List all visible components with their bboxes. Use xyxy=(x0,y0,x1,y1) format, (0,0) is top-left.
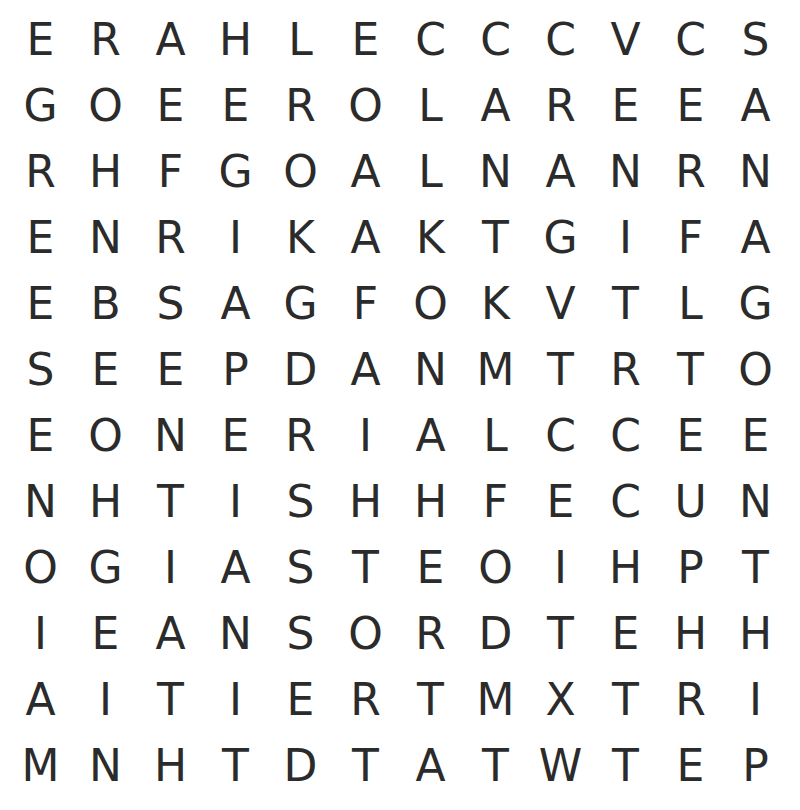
grid-cell-r1c10[interactable]: V xyxy=(593,7,658,73)
grid-cell-r2c4[interactable]: E xyxy=(203,73,268,139)
grid-cell-r12c6[interactable]: T xyxy=(333,733,398,799)
grid-cell-r4c5[interactable]: K xyxy=(268,205,333,271)
grid-cell-r3c8[interactable]: N xyxy=(463,139,528,205)
grid-cell-r8c12[interactable]: N xyxy=(723,469,788,535)
grid-cell-r11c11[interactable]: R xyxy=(658,667,723,733)
grid-cell-r2c12[interactable]: A xyxy=(723,73,788,139)
grid-cell-r3c4[interactable]: G xyxy=(203,139,268,205)
grid-cell-r1c12[interactable]: S xyxy=(723,7,788,73)
grid-cell-r4c10[interactable]: I xyxy=(593,205,658,271)
grid-cell-r10c11[interactable]: H xyxy=(658,601,723,667)
grid-cell-r8c6[interactable]: H xyxy=(333,469,398,535)
grid-cell-r8c9[interactable]: E xyxy=(528,469,593,535)
grid-cell-r11c4[interactable]: I xyxy=(203,667,268,733)
grid-cell-r12c9[interactable]: W xyxy=(528,733,593,799)
grid-cell-r8c10[interactable]: C xyxy=(593,469,658,535)
grid-cell-r1c5[interactable]: L xyxy=(268,7,333,73)
word-search-page: ERAHLECCCVCSGOEEROLAREEARHFGOALNANRNENRI… xyxy=(0,0,800,810)
grid-cell-r4c7[interactable]: K xyxy=(398,205,463,271)
grid-cell-r5c11[interactable]: L xyxy=(658,271,723,337)
grid-cell-r12c1[interactable]: M xyxy=(8,733,73,799)
grid-cell-r11c9[interactable]: X xyxy=(528,667,593,733)
grid-cell-r1c3[interactable]: A xyxy=(138,7,203,73)
grid-cell-r9c5[interactable]: S xyxy=(268,535,333,601)
grid-cell-r5c7[interactable]: O xyxy=(398,271,463,337)
grid-cell-r6c12[interactable]: O xyxy=(723,337,788,403)
grid-cell-r9c2[interactable]: G xyxy=(73,535,138,601)
grid-cell-r5c2[interactable]: B xyxy=(73,271,138,337)
grid-cell-r8c2[interactable]: H xyxy=(73,469,138,535)
grid-cell-r5c10[interactable]: T xyxy=(593,271,658,337)
grid-cell-r6c4[interactable]: P xyxy=(203,337,268,403)
grid-cell-r10c12[interactable]: H xyxy=(723,601,788,667)
grid-cell-r11c2[interactable]: I xyxy=(73,667,138,733)
grid-cell-r3c10[interactable]: N xyxy=(593,139,658,205)
grid-cell-r12c11[interactable]: E xyxy=(658,733,723,799)
grid-cell-r5c12[interactable]: G xyxy=(723,271,788,337)
grid-cell-r9c11[interactable]: P xyxy=(658,535,723,601)
grid-cell-r4c4[interactable]: I xyxy=(203,205,268,271)
grid-cell-r4c6[interactable]: A xyxy=(333,205,398,271)
grid-cell-r11c10[interactable]: T xyxy=(593,667,658,733)
grid-cell-r2c1[interactable]: G xyxy=(8,73,73,139)
word-search-grid: ERAHLECCCVCSGOEEROLAREEARHFGOALNANRNENRI… xyxy=(8,7,800,799)
grid-cell-r1c9[interactable]: C xyxy=(528,7,593,73)
grid-cell-r11c7[interactable]: T xyxy=(398,667,463,733)
grid-cell-r11c12[interactable]: I xyxy=(723,667,788,733)
grid-cell-r6c7[interactable]: N xyxy=(398,337,463,403)
grid-cell-r5c5[interactable]: G xyxy=(268,271,333,337)
grid-cell-r3c3[interactable]: F xyxy=(138,139,203,205)
grid-cell-r11c3[interactable]: T xyxy=(138,667,203,733)
grid-cell-r10c3[interactable]: A xyxy=(138,601,203,667)
grid-cell-r12c8[interactable]: T xyxy=(463,733,528,799)
grid-cell-r5c8[interactable]: K xyxy=(463,271,528,337)
grid-cell-r9c10[interactable]: H xyxy=(593,535,658,601)
grid-cell-r9c8[interactable]: O xyxy=(463,535,528,601)
grid-cell-r7c12[interactable]: E xyxy=(723,403,788,469)
grid-cell-r12c7[interactable]: A xyxy=(398,733,463,799)
grid-cell-r6c6[interactable]: A xyxy=(333,337,398,403)
grid-cell-r8c4[interactable]: I xyxy=(203,469,268,535)
grid-cell-r9c6[interactable]: T xyxy=(333,535,398,601)
grid-cell-r2c9[interactable]: R xyxy=(528,73,593,139)
grid-cell-r6c1[interactable]: S xyxy=(8,337,73,403)
grid-cell-r1c2[interactable]: R xyxy=(73,7,138,73)
grid-cell-r11c8[interactable]: M xyxy=(463,667,528,733)
grid-cell-r12c5[interactable]: D xyxy=(268,733,333,799)
grid-cell-r5c6[interactable]: F xyxy=(333,271,398,337)
grid-cell-r10c5[interactable]: S xyxy=(268,601,333,667)
grid-cell-r2c7[interactable]: L xyxy=(398,73,463,139)
grid-cell-r4c2[interactable]: N xyxy=(73,205,138,271)
grid-cell-r10c9[interactable]: T xyxy=(528,601,593,667)
grid-cell-r10c2[interactable]: E xyxy=(73,601,138,667)
grid-cell-r11c6[interactable]: R xyxy=(333,667,398,733)
grid-cell-r7c11[interactable]: E xyxy=(658,403,723,469)
grid-cell-r6c5[interactable]: D xyxy=(268,337,333,403)
grid-cell-r4c1[interactable]: E xyxy=(8,205,73,271)
grid-cell-r9c3[interactable]: I xyxy=(138,535,203,601)
grid-cell-r8c3[interactable]: T xyxy=(138,469,203,535)
grid-cell-r3c12[interactable]: N xyxy=(723,139,788,205)
grid-cell-r7c1[interactable]: E xyxy=(8,403,73,469)
grid-cell-r11c5[interactable]: E xyxy=(268,667,333,733)
grid-cell-r5c3[interactable]: S xyxy=(138,271,203,337)
grid-cell-r2c11[interactable]: E xyxy=(658,73,723,139)
grid-cell-r4c3[interactable]: R xyxy=(138,205,203,271)
grid-cell-r3c6[interactable]: A xyxy=(333,139,398,205)
grid-cell-r5c9[interactable]: V xyxy=(528,271,593,337)
grid-cell-r3c7[interactable]: L xyxy=(398,139,463,205)
grid-cell-r2c10[interactable]: E xyxy=(593,73,658,139)
grid-cell-r3c9[interactable]: A xyxy=(528,139,593,205)
grid-cell-r7c10[interactable]: C xyxy=(593,403,658,469)
grid-cell-r12c12[interactable]: P xyxy=(723,733,788,799)
grid-cell-r6c11[interactable]: T xyxy=(658,337,723,403)
grid-cell-r8c11[interactable]: U xyxy=(658,469,723,535)
grid-cell-r8c1[interactable]: N xyxy=(8,469,73,535)
grid-cell-r4c11[interactable]: F xyxy=(658,205,723,271)
grid-cell-r6c2[interactable]: E xyxy=(73,337,138,403)
grid-cell-r1c11[interactable]: C xyxy=(658,7,723,73)
grid-cell-r1c4[interactable]: H xyxy=(203,7,268,73)
grid-cell-r2c8[interactable]: A xyxy=(463,73,528,139)
grid-cell-r9c9[interactable]: I xyxy=(528,535,593,601)
grid-cell-r9c4[interactable]: A xyxy=(203,535,268,601)
grid-cell-r10c7[interactable]: R xyxy=(398,601,463,667)
grid-cell-r8c7[interactable]: H xyxy=(398,469,463,535)
grid-cell-r9c12[interactable]: T xyxy=(723,535,788,601)
grid-cell-r5c4[interactable]: A xyxy=(203,271,268,337)
grid-cell-r7c5[interactable]: R xyxy=(268,403,333,469)
grid-cell-r1c1[interactable]: E xyxy=(8,7,73,73)
grid-cell-r10c1[interactable]: I xyxy=(8,601,73,667)
grid-cell-r10c4[interactable]: N xyxy=(203,601,268,667)
grid-cell-r8c5[interactable]: S xyxy=(268,469,333,535)
grid-cell-r7c9[interactable]: C xyxy=(528,403,593,469)
grid-cell-r3c1[interactable]: R xyxy=(8,139,73,205)
grid-cell-r2c5[interactable]: R xyxy=(268,73,333,139)
grid-cell-r12c4[interactable]: T xyxy=(203,733,268,799)
grid-cell-r10c8[interactable]: D xyxy=(463,601,528,667)
grid-cell-r4c8[interactable]: T xyxy=(463,205,528,271)
grid-cell-r1c6[interactable]: E xyxy=(333,7,398,73)
grid-cell-r9c7[interactable]: E xyxy=(398,535,463,601)
grid-cell-r6c10[interactable]: R xyxy=(593,337,658,403)
grid-cell-r1c7[interactable]: C xyxy=(398,7,463,73)
grid-cell-r4c12[interactable]: A xyxy=(723,205,788,271)
grid-cell-r7c4[interactable]: E xyxy=(203,403,268,469)
grid-cell-r7c3[interactable]: N xyxy=(138,403,203,469)
grid-cell-r7c2[interactable]: O xyxy=(73,403,138,469)
grid-cell-r10c6[interactable]: O xyxy=(333,601,398,667)
grid-cell-r6c9[interactable]: T xyxy=(528,337,593,403)
grid-cell-r8c8[interactable]: F xyxy=(463,469,528,535)
grid-cell-r3c5[interactable]: O xyxy=(268,139,333,205)
grid-cell-r2c3[interactable]: E xyxy=(138,73,203,139)
grid-cell-r3c11[interactable]: R xyxy=(658,139,723,205)
grid-cell-r12c10[interactable]: T xyxy=(593,733,658,799)
grid-cell-r1c8[interactable]: C xyxy=(463,7,528,73)
grid-cell-r6c8[interactable]: M xyxy=(463,337,528,403)
grid-cell-r7c7[interactable]: A xyxy=(398,403,463,469)
grid-cell-r3c2[interactable]: H xyxy=(73,139,138,205)
grid-cell-r12c2[interactable]: N xyxy=(73,733,138,799)
grid-cell-r4c9[interactable]: G xyxy=(528,205,593,271)
grid-cell-r6c3[interactable]: E xyxy=(138,337,203,403)
grid-cell-r12c3[interactable]: H xyxy=(138,733,203,799)
grid-cell-r2c6[interactable]: O xyxy=(333,73,398,139)
grid-cell-r7c6[interactable]: I xyxy=(333,403,398,469)
grid-cell-r9c1[interactable]: O xyxy=(8,535,73,601)
grid-cell-r10c10[interactable]: E xyxy=(593,601,658,667)
grid-cell-r2c2[interactable]: O xyxy=(73,73,138,139)
grid-cell-r11c1[interactable]: A xyxy=(8,667,73,733)
grid-cell-r5c1[interactable]: E xyxy=(8,271,73,337)
grid-cell-r7c8[interactable]: L xyxy=(463,403,528,469)
